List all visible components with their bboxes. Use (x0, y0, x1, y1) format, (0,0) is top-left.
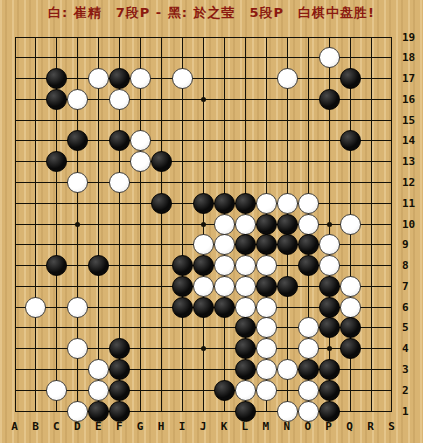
black-stone-L3 (235, 359, 256, 380)
black-stone-Q14 (340, 130, 361, 151)
white-stone-E17 (88, 68, 109, 89)
white-stone-L10 (235, 214, 256, 235)
black-stone-C13 (46, 151, 67, 172)
white-stone-K7 (214, 276, 235, 297)
white-stone-Q10 (340, 214, 361, 235)
white-stone-Q7 (340, 276, 361, 297)
versus-black-player-label: 7段P - 黑: 於之莹 (116, 4, 236, 22)
column-label-N: N (283, 420, 290, 433)
white-stone-K8 (214, 255, 235, 276)
black-stone-P1 (319, 401, 340, 422)
white-stone-M6 (256, 297, 277, 318)
black-stone-F4 (109, 338, 130, 359)
black-stone-L11 (235, 193, 256, 214)
black-stone-L5 (235, 317, 256, 338)
row-label-19: 19 (402, 30, 415, 43)
column-label-K: K (221, 420, 228, 433)
star-point (75, 222, 80, 227)
column-label-F: F (116, 420, 123, 433)
row-label-14: 14 (402, 134, 415, 147)
row-label-16: 16 (402, 92, 415, 105)
white-stone-L7 (235, 276, 256, 297)
black-stone-F2 (109, 380, 130, 401)
white-stone-D12 (67, 172, 88, 193)
column-label-H: H (158, 420, 165, 433)
black-stone-F1 (109, 401, 130, 422)
white-stone-O2 (298, 380, 319, 401)
column-label-E: E (95, 420, 102, 433)
white-stone-O10 (298, 214, 319, 235)
column-label-O: O (304, 420, 311, 433)
black-stone-K6 (214, 297, 235, 318)
column-label-M: M (263, 420, 270, 433)
row-label-15: 15 (402, 113, 415, 126)
white-stone-O4 (298, 338, 319, 359)
black-stone-P6 (319, 297, 340, 318)
black-stone-O3 (298, 359, 319, 380)
column-label-S: S (388, 420, 395, 433)
star-point (201, 346, 206, 351)
grid-line-vertical (371, 37, 372, 412)
white-stone-M5 (256, 317, 277, 338)
white-stone-N17 (277, 68, 298, 89)
black-stone-I7 (172, 276, 193, 297)
black-stone-J11 (193, 193, 214, 214)
black-stone-C8 (46, 255, 67, 276)
black-stone-O8 (298, 255, 319, 276)
white-stone-I17 (172, 68, 193, 89)
grid-line-vertical (391, 37, 392, 412)
black-stone-D14 (67, 130, 88, 151)
black-stone-L1 (235, 401, 256, 422)
black-stone-P3 (319, 359, 340, 380)
black-stone-N9 (277, 234, 298, 255)
white-stone-P9 (319, 234, 340, 255)
column-label-G: G (137, 420, 144, 433)
white-stone-D16 (67, 89, 88, 110)
column-label-J: J (200, 420, 207, 433)
black-stone-L9 (235, 234, 256, 255)
game-result-label: 白棋中盘胜! (298, 4, 375, 22)
white-stone-L8 (235, 255, 256, 276)
black-stone-H13 (151, 151, 172, 172)
black-stone-M10 (256, 214, 277, 235)
black-stone-F14 (109, 130, 130, 151)
white-stone-M3 (256, 359, 277, 380)
white-stone-N1 (277, 401, 298, 422)
black-stone-O9 (298, 234, 319, 255)
white-stone-M4 (256, 338, 277, 359)
row-label-7: 7 (402, 279, 409, 292)
star-point (327, 346, 332, 351)
black-stone-I8 (172, 255, 193, 276)
black-stone-N7 (277, 276, 298, 297)
black-player-rank-label: 5段P (249, 4, 284, 22)
black-stone-P7 (319, 276, 340, 297)
row-label-1: 1 (402, 404, 409, 417)
white-stone-E3 (88, 359, 109, 380)
game-info-header: 白: 崔精 7段P - 黑: 於之莹 5段P 白棋中盘胜! (0, 4, 423, 22)
black-stone-F3 (109, 359, 130, 380)
white-stone-D4 (67, 338, 88, 359)
black-stone-P5 (319, 317, 340, 338)
black-stone-I6 (172, 297, 193, 318)
row-label-4: 4 (402, 342, 409, 355)
black-stone-Q17 (340, 68, 361, 89)
white-stone-N3 (277, 359, 298, 380)
black-stone-J6 (193, 297, 214, 318)
white-stone-D6 (67, 297, 88, 318)
column-label-B: B (32, 420, 39, 433)
white-stone-G13 (130, 151, 151, 172)
black-stone-J8 (193, 255, 214, 276)
black-stone-L4 (235, 338, 256, 359)
column-label-L: L (242, 420, 249, 433)
white-stone-J9 (193, 234, 214, 255)
white-stone-K9 (214, 234, 235, 255)
white-stone-E2 (88, 380, 109, 401)
row-label-13: 13 (402, 155, 415, 168)
white-stone-K10 (214, 214, 235, 235)
go-game-viewer: 白: 崔精 7段P - 黑: 於之莹 5段P 白棋中盘胜! ABCDEFGHIJ… (0, 0, 423, 443)
white-stone-L6 (235, 297, 256, 318)
star-point (201, 222, 206, 227)
white-stone-D1 (67, 401, 88, 422)
row-label-18: 18 (402, 51, 415, 64)
white-player-label: 白: 崔精 (48, 4, 102, 22)
column-label-Q: Q (346, 420, 353, 433)
column-label-P: P (325, 420, 332, 433)
white-stone-G17 (130, 68, 151, 89)
column-label-R: R (367, 420, 374, 433)
row-label-8: 8 (402, 259, 409, 272)
black-stone-P2 (319, 380, 340, 401)
black-stone-Q4 (340, 338, 361, 359)
white-stone-O1 (298, 401, 319, 422)
black-stone-E8 (88, 255, 109, 276)
row-label-10: 10 (402, 217, 415, 230)
black-stone-Q5 (340, 317, 361, 338)
white-stone-B6 (25, 297, 46, 318)
white-stone-F16 (109, 89, 130, 110)
white-stone-M8 (256, 255, 277, 276)
column-label-D: D (74, 420, 81, 433)
black-stone-K11 (214, 193, 235, 214)
black-stone-C16 (46, 89, 67, 110)
black-stone-E1 (88, 401, 109, 422)
white-stone-O5 (298, 317, 319, 338)
white-stone-M2 (256, 380, 277, 401)
white-stone-O11 (298, 193, 319, 214)
white-stone-N11 (277, 193, 298, 214)
column-label-I: I (179, 420, 186, 433)
column-label-A: A (11, 420, 18, 433)
white-stone-C2 (46, 380, 67, 401)
black-stone-M7 (256, 276, 277, 297)
white-stone-G14 (130, 130, 151, 151)
white-stone-Q6 (340, 297, 361, 318)
white-stone-P8 (319, 255, 340, 276)
white-stone-L2 (235, 380, 256, 401)
white-stone-M11 (256, 193, 277, 214)
row-label-6: 6 (402, 300, 409, 313)
black-stone-C17 (46, 68, 67, 89)
white-stone-P18 (319, 47, 340, 68)
white-stone-F12 (109, 172, 130, 193)
black-stone-N10 (277, 214, 298, 235)
white-stone-J7 (193, 276, 214, 297)
row-label-11: 11 (402, 196, 415, 209)
column-label-C: C (53, 420, 60, 433)
row-label-2: 2 (402, 383, 409, 396)
row-label-17: 17 (402, 72, 415, 85)
star-point (327, 222, 332, 227)
star-point (201, 97, 206, 102)
row-label-9: 9 (402, 238, 409, 251)
black-stone-F17 (109, 68, 130, 89)
black-stone-K2 (214, 380, 235, 401)
row-label-5: 5 (402, 321, 409, 334)
black-stone-P16 (319, 89, 340, 110)
black-stone-M9 (256, 234, 277, 255)
row-label-12: 12 (402, 175, 415, 188)
black-stone-H11 (151, 193, 172, 214)
row-label-3: 3 (402, 362, 409, 375)
